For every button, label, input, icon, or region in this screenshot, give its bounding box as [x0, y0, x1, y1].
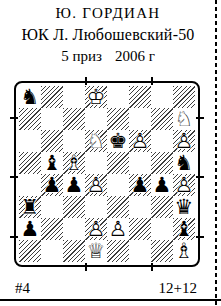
square-f8[interactable]	[129, 86, 151, 108]
square-c2[interactable]	[63, 218, 85, 240]
award-text: 5 приз	[61, 48, 102, 64]
white-knight-h7-piece: ♘	[173, 108, 195, 130]
square-d7[interactable]	[85, 108, 107, 130]
square-c1[interactable]	[63, 240, 85, 262]
square-b3[interactable]	[41, 196, 63, 218]
black-bishop-b5-piece: ♝	[41, 152, 63, 174]
white-pawn-f6-piece: ♙	[129, 130, 151, 152]
square-b5[interactable]: ♝	[41, 152, 63, 174]
white-knight-d6-piece: ♘	[85, 130, 107, 152]
square-e3[interactable]	[107, 196, 129, 218]
problem-header: Ю. ГОРДИАН ЮК Л. Любошевский-50 5 приз20…	[0, 3, 216, 66]
square-a5[interactable]	[19, 152, 41, 174]
square-f7[interactable]	[129, 108, 151, 130]
square-c5[interactable]: ♗	[63, 152, 85, 174]
square-h2[interactable]: ♝	[173, 218, 195, 240]
square-f5[interactable]	[129, 152, 151, 174]
square-g4[interactable]: ♟	[151, 174, 173, 196]
square-f4[interactable]: ♟	[129, 174, 151, 196]
square-h1[interactable]: ♗	[173, 240, 195, 262]
black-pawn-f4-piece: ♟	[129, 174, 151, 196]
black-knight-h5-piece: ♞	[173, 152, 195, 174]
author-name: Ю. ГОРДИАН	[0, 3, 216, 24]
square-e1[interactable]	[107, 240, 129, 262]
white-pawn-d4-piece: ♙	[85, 174, 107, 196]
problem-footer: #4 12+12	[0, 279, 216, 297]
white-pawn-h6-piece: ♙	[173, 130, 195, 152]
square-g1[interactable]	[151, 240, 173, 262]
frame-tick	[196, 176, 204, 178]
white-queen-d1-piece: ♕	[85, 240, 107, 262]
white-bishop-c5-piece: ♗	[63, 152, 85, 174]
black-king-e6-piece: ♚	[107, 130, 129, 152]
frame-tick	[10, 117, 18, 119]
frame-tick	[151, 263, 153, 271]
frame-tick	[196, 117, 204, 119]
white-king-d8-piece: ♔	[85, 86, 107, 108]
square-b8[interactable]	[41, 86, 63, 108]
square-c6[interactable]	[63, 130, 85, 152]
square-d3[interactable]	[85, 196, 107, 218]
square-f6[interactable]: ♙	[129, 130, 151, 152]
square-g2[interactable]	[151, 218, 173, 240]
white-pawn-d2-piece: ♙	[85, 218, 107, 240]
square-h4[interactable]: ♙	[173, 174, 195, 196]
square-e5[interactable]	[107, 152, 129, 174]
black-pawn-c4-piece: ♟	[63, 174, 85, 196]
square-f3[interactable]	[129, 196, 151, 218]
square-a2[interactable]: ♟	[19, 218, 41, 240]
square-g5[interactable]	[151, 152, 173, 174]
square-f2[interactable]	[129, 218, 151, 240]
square-a7[interactable]	[19, 108, 41, 130]
square-g8[interactable]	[151, 86, 173, 108]
square-c3[interactable]	[63, 196, 85, 218]
black-knight-a8-piece: ♞	[19, 86, 41, 108]
square-d1[interactable]: ♕	[85, 240, 107, 262]
square-a1[interactable]	[19, 240, 41, 262]
square-g6[interactable]	[151, 130, 173, 152]
frame-tick	[10, 176, 18, 178]
square-d6[interactable]: ♘	[85, 130, 107, 152]
square-b7[interactable]	[41, 108, 63, 130]
chess-board: ♞♔♘♘♚♙♙♝♗♞♟♟♙♟♟♙♜♛♟♙♙♝♕♗	[19, 86, 195, 262]
square-b4[interactable]: ♟	[41, 174, 63, 196]
square-b1[interactable]	[41, 240, 63, 262]
square-d2[interactable]: ♙	[85, 218, 107, 240]
frame-tick	[10, 236, 18, 238]
square-b6[interactable]	[41, 130, 63, 152]
black-pawn-g4-piece: ♟	[151, 174, 173, 196]
bottom-rule	[0, 299, 221, 301]
square-c7[interactable]	[63, 108, 85, 130]
square-e6[interactable]: ♚	[107, 130, 129, 152]
square-e7[interactable]	[107, 108, 129, 130]
frame-tick	[85, 263, 87, 271]
year-text: 2006 г	[115, 48, 155, 64]
square-d8[interactable]: ♔	[85, 86, 107, 108]
square-e2[interactable]: ♙	[107, 218, 129, 240]
square-h3[interactable]: ♛	[173, 196, 195, 218]
square-a6[interactable]	[19, 130, 41, 152]
white-bishop-h1-piece: ♗	[173, 240, 195, 262]
square-a3[interactable]: ♜	[19, 196, 41, 218]
black-pawn-b4-piece: ♟	[41, 174, 63, 196]
black-rook-a3-piece: ♜	[19, 196, 41, 218]
square-c4[interactable]: ♟	[63, 174, 85, 196]
white-pawn-e2-piece: ♙	[107, 218, 129, 240]
square-e8[interactable]	[107, 86, 129, 108]
event-name: ЮК Л. Любошевский-50	[0, 24, 216, 46]
frame-tick	[151, 77, 153, 85]
frame-tick	[196, 236, 204, 238]
square-e4[interactable]	[107, 174, 129, 196]
square-h8[interactable]	[173, 86, 195, 108]
chess-board-frame: ♞♔♘♘♚♙♙♝♗♞♟♟♙♟♟♙♜♛♟♙♙♝♕♗	[14, 81, 200, 267]
square-h7[interactable]: ♘	[173, 108, 195, 130]
square-g7[interactable]	[151, 108, 173, 130]
square-d4[interactable]: ♙	[85, 174, 107, 196]
frame-tick	[85, 77, 87, 85]
square-h5[interactable]: ♞	[173, 152, 195, 174]
award-line: 5 приз2006 г	[0, 46, 216, 66]
square-a8[interactable]: ♞	[19, 86, 41, 108]
square-c8[interactable]	[63, 86, 85, 108]
black-queen-h3-piece: ♛	[173, 196, 195, 218]
stipulation: #4	[15, 279, 30, 297]
square-b2[interactable]	[41, 218, 63, 240]
square-f1[interactable]	[129, 240, 151, 262]
black-bishop-h2-piece: ♝	[173, 218, 195, 240]
white-pawn-h4-piece: ♙	[173, 174, 195, 196]
square-h6[interactable]: ♙	[173, 130, 195, 152]
square-g3[interactable]	[151, 196, 173, 218]
black-pawn-a2-piece: ♟	[19, 218, 41, 240]
square-d5[interactable]	[85, 152, 107, 174]
material-count: 12+12	[159, 279, 197, 297]
page-column-divider	[215, 0, 217, 306]
square-a4[interactable]	[19, 174, 41, 196]
